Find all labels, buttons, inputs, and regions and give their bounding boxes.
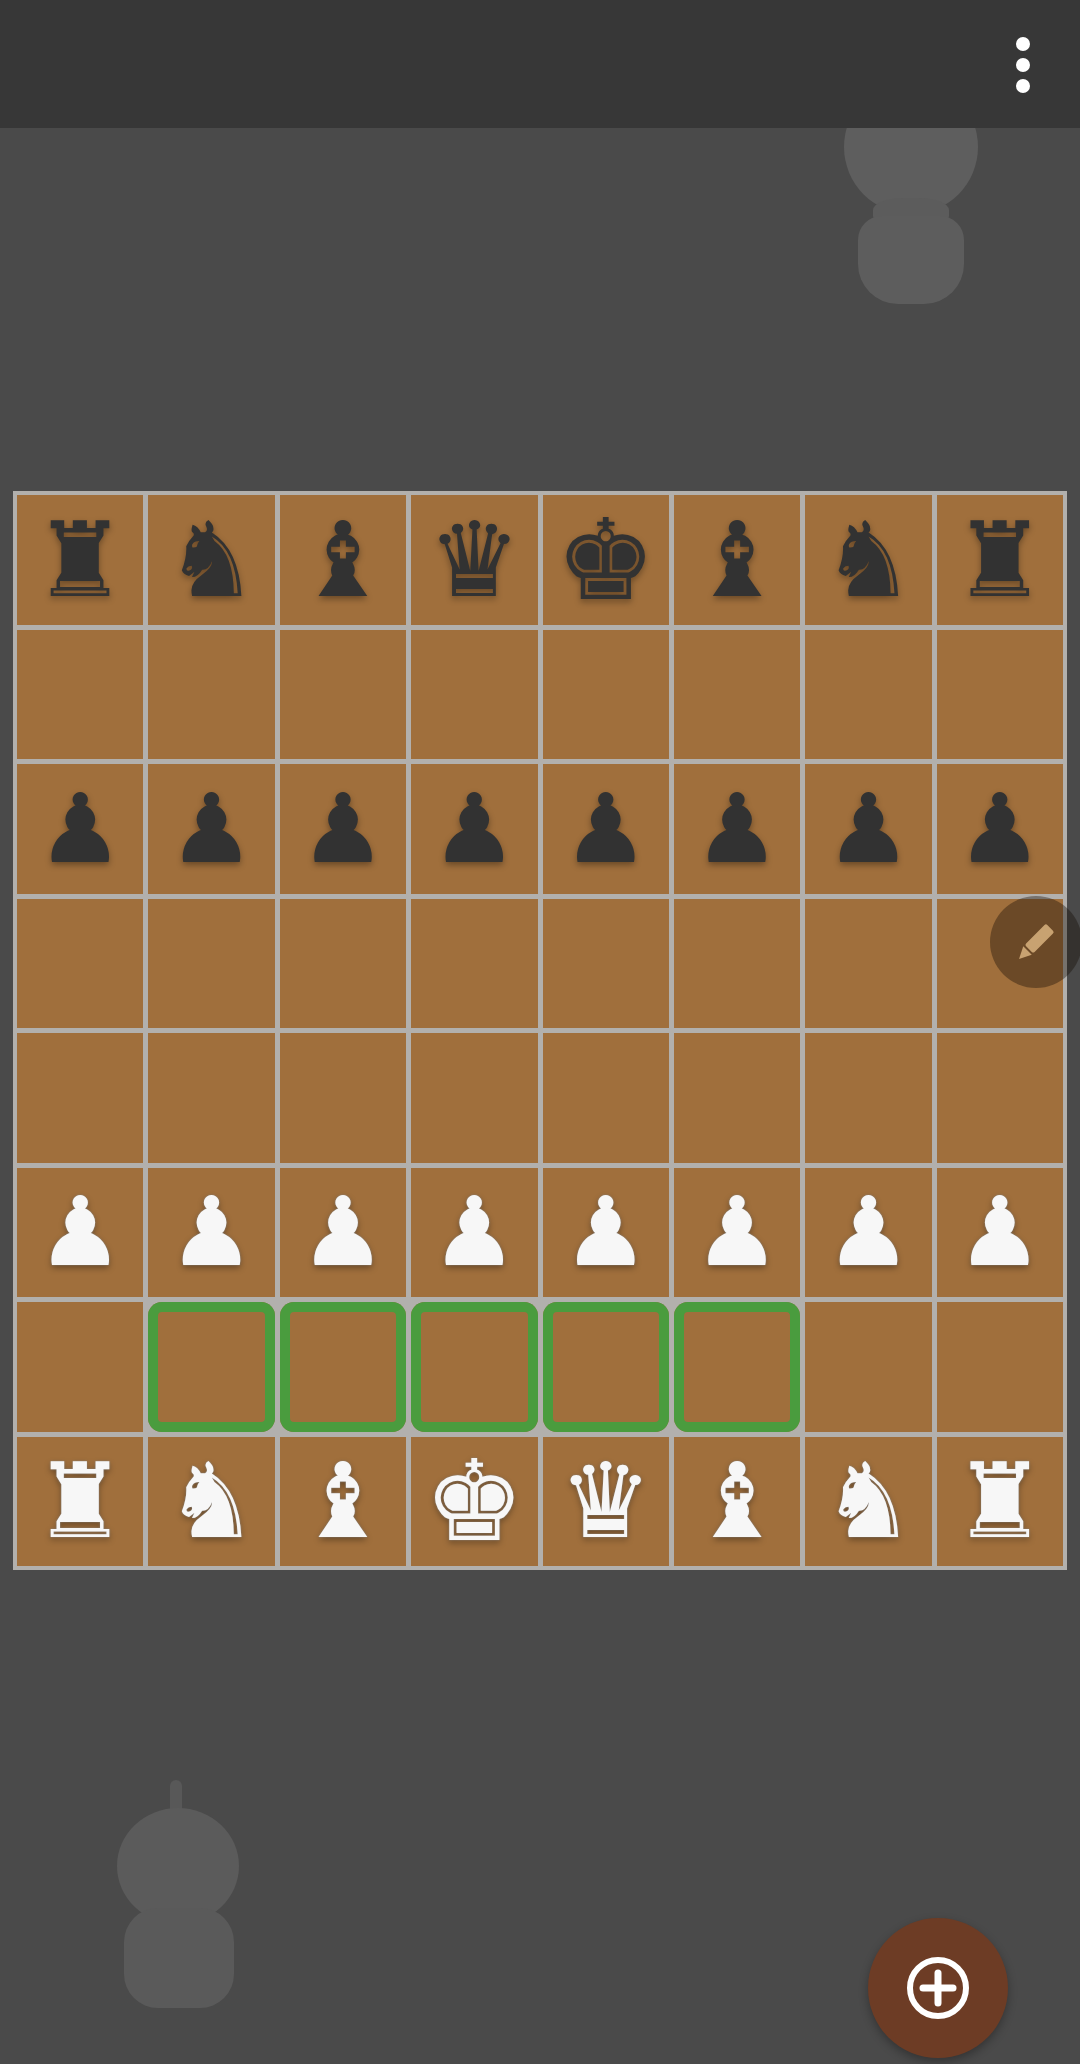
square-d8[interactable]: ♛ <box>411 495 537 625</box>
square-c6[interactable]: ♟ <box>280 764 406 894</box>
square-b7[interactable] <box>148 630 274 760</box>
square-e5[interactable] <box>543 899 669 1029</box>
black-pawn: ♟ <box>431 781 517 877</box>
black-pawn: ♟ <box>563 781 649 877</box>
white-pawn: ♟ <box>431 1184 517 1280</box>
white-king: ♚ <box>424 1445 524 1557</box>
white-knight: ♞ <box>165 1449 258 1553</box>
ghost-piece-base <box>124 1908 234 2008</box>
square-b6[interactable]: ♟ <box>148 764 274 894</box>
square-d2[interactable] <box>411 1302 537 1432</box>
black-met: ♛ <box>428 508 521 612</box>
add-button[interactable] <box>868 1918 1008 2058</box>
black-knight: ♞ <box>822 508 915 612</box>
white-pawn: ♟ <box>37 1184 123 1280</box>
square-h6[interactable]: ♟ <box>937 764 1063 894</box>
black-pawn: ♟ <box>37 781 123 877</box>
square-e3[interactable]: ♟ <box>543 1168 669 1298</box>
square-g2[interactable] <box>805 1302 931 1432</box>
square-a5[interactable] <box>17 899 143 1029</box>
square-f3[interactable]: ♟ <box>674 1168 800 1298</box>
white-rook: ♜ <box>953 1449 1046 1553</box>
square-d4[interactable] <box>411 1033 537 1163</box>
square-h3[interactable]: ♟ <box>937 1168 1063 1298</box>
black-pawn: ♟ <box>169 781 255 877</box>
white-khon: ♝ <box>296 1449 389 1553</box>
ghost-piece-top-right <box>836 128 986 310</box>
square-b1[interactable]: ♞ <box>148 1437 274 1567</box>
square-b2[interactable] <box>148 1302 274 1432</box>
square-f6[interactable]: ♟ <box>674 764 800 894</box>
white-pawn: ♟ <box>300 1184 386 1280</box>
black-pawn: ♟ <box>957 781 1043 877</box>
square-c1[interactable]: ♝ <box>280 1437 406 1567</box>
circled-plus-icon <box>904 1954 972 2022</box>
white-rook: ♜ <box>34 1449 127 1553</box>
square-e4[interactable] <box>543 1033 669 1163</box>
menu-dot <box>1016 79 1030 93</box>
square-d6[interactable]: ♟ <box>411 764 537 894</box>
menu-dot <box>1016 58 1030 72</box>
square-a6[interactable]: ♟ <box>17 764 143 894</box>
black-pawn: ♟ <box>694 781 780 877</box>
square-a3[interactable]: ♟ <box>17 1168 143 1298</box>
square-b3[interactable]: ♟ <box>148 1168 274 1298</box>
square-f7[interactable] <box>674 630 800 760</box>
square-c8[interactable]: ♝ <box>280 495 406 625</box>
square-h1[interactable]: ♜ <box>937 1437 1063 1567</box>
square-a4[interactable] <box>17 1033 143 1163</box>
black-rook: ♜ <box>34 508 127 612</box>
white-pawn: ♟ <box>694 1184 780 1280</box>
square-b8[interactable]: ♞ <box>148 495 274 625</box>
square-e8[interactable]: ♚ <box>543 495 669 625</box>
square-h4[interactable] <box>937 1033 1063 1163</box>
square-b5[interactable] <box>148 899 274 1029</box>
black-knight: ♞ <box>165 508 258 612</box>
white-knight: ♞ <box>822 1449 915 1553</box>
square-b4[interactable] <box>148 1033 274 1163</box>
pencil-icon <box>1010 916 1062 968</box>
square-g4[interactable] <box>805 1033 931 1163</box>
black-pawn: ♟ <box>825 781 911 877</box>
edit-position-button[interactable] <box>990 896 1080 988</box>
white-pawn: ♟ <box>563 1184 649 1280</box>
white-pawn: ♟ <box>957 1184 1043 1280</box>
white-pawn: ♟ <box>825 1184 911 1280</box>
ghost-piece-base <box>858 216 964 304</box>
square-g7[interactable] <box>805 630 931 760</box>
square-f2[interactable] <box>674 1302 800 1432</box>
square-c2[interactable] <box>280 1302 406 1432</box>
square-h2[interactable] <box>937 1302 1063 1432</box>
square-e6[interactable]: ♟ <box>543 764 669 894</box>
square-g6[interactable]: ♟ <box>805 764 931 894</box>
square-d1[interactable]: ♚ <box>411 1437 537 1567</box>
square-f5[interactable] <box>674 899 800 1029</box>
square-a1[interactable]: ♜ <box>17 1437 143 1567</box>
white-met: ♛ <box>559 1449 652 1553</box>
square-f1[interactable]: ♝ <box>674 1437 800 1567</box>
makruk-board: ♜♞♝♛♚♝♞♜♟♟♟♟♟♟♟♟♟♟♟♟♟♟♟♟♜♞♝♚♛♝♞♜ <box>13 491 1067 1570</box>
menu-dot <box>1016 37 1030 51</box>
square-d5[interactable] <box>411 899 537 1029</box>
square-c3[interactable]: ♟ <box>280 1168 406 1298</box>
square-a8[interactable]: ♜ <box>17 495 143 625</box>
black-rook: ♜ <box>953 508 1046 612</box>
square-h8[interactable]: ♜ <box>937 495 1063 625</box>
square-e7[interactable] <box>543 630 669 760</box>
square-g8[interactable]: ♞ <box>805 495 931 625</box>
square-d3[interactable]: ♟ <box>411 1168 537 1298</box>
square-e2[interactable] <box>543 1302 669 1432</box>
square-g5[interactable] <box>805 899 931 1029</box>
square-c5[interactable] <box>280 899 406 1029</box>
ghost-piece-bottom-left <box>92 1780 262 2012</box>
square-f4[interactable] <box>674 1033 800 1163</box>
square-d7[interactable] <box>411 630 537 760</box>
square-c7[interactable] <box>280 630 406 760</box>
square-g3[interactable]: ♟ <box>805 1168 931 1298</box>
ghost-piece-dome <box>117 1808 239 1924</box>
square-g1[interactable]: ♞ <box>805 1437 931 1567</box>
black-khon: ♝ <box>296 508 389 612</box>
square-f8[interactable]: ♝ <box>674 495 800 625</box>
white-khon: ♝ <box>690 1449 783 1553</box>
square-h7[interactable] <box>937 630 1063 760</box>
black-king: ♚ <box>555 504 655 616</box>
square-a7[interactable] <box>17 630 143 760</box>
black-pawn: ♟ <box>300 781 386 877</box>
top-app-bar <box>0 0 1080 128</box>
square-e1[interactable]: ♛ <box>543 1437 669 1567</box>
square-a2[interactable] <box>17 1302 143 1432</box>
square-c4[interactable] <box>280 1033 406 1163</box>
kebab-menu-icon[interactable] <box>1009 37 1037 93</box>
white-pawn: ♟ <box>169 1184 255 1280</box>
black-khon: ♝ <box>690 508 783 612</box>
